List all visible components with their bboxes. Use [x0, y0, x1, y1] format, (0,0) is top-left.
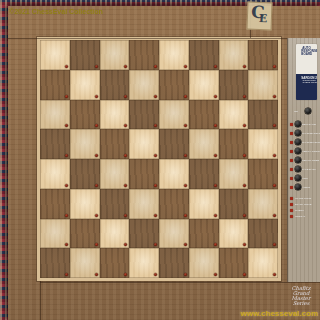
- square-led: [154, 154, 157, 157]
- panel-button[interactable]: [295, 175, 301, 181]
- square-led: [124, 124, 127, 127]
- square-led: [214, 184, 217, 187]
- square-g6[interactable]: [219, 100, 249, 130]
- square-e5[interactable]: [159, 129, 189, 159]
- panel-row: AUDIO: [290, 184, 320, 190]
- square-led: [214, 65, 217, 68]
- panel-led: [290, 123, 293, 126]
- square-led: [184, 65, 187, 68]
- square-h6[interactable]: [248, 100, 278, 130]
- square-d8[interactable]: [129, 40, 159, 70]
- square-g2[interactable]: [219, 219, 249, 249]
- square-c7[interactable]: [100, 70, 130, 100]
- brand-line-4: Series: [288, 301, 314, 306]
- panel-led: [290, 141, 293, 144]
- square-e7[interactable]: [159, 70, 189, 100]
- square-led: [273, 214, 276, 217]
- indicator-led: [290, 209, 293, 212]
- square-h4[interactable]: [248, 159, 278, 189]
- square-d5[interactable]: [129, 129, 159, 159]
- square-led: [214, 243, 217, 246]
- square-f4[interactable]: [189, 159, 219, 189]
- panel-button-label: NEW GAME: [302, 123, 316, 126]
- square-b6[interactable]: [70, 100, 100, 130]
- square-led: [273, 154, 276, 157]
- square-led: [214, 214, 217, 217]
- square-led: [154, 65, 157, 68]
- square-g1[interactable]: [219, 248, 249, 278]
- square-c3[interactable]: [100, 189, 130, 219]
- square-f5[interactable]: [189, 129, 219, 159]
- square-c8[interactable]: [100, 40, 130, 70]
- square-led: [124, 154, 127, 157]
- square-led: [65, 124, 68, 127]
- panel-row: NEW GAME: [290, 121, 320, 127]
- square-a6[interactable]: [40, 100, 70, 130]
- square-led: [184, 95, 187, 98]
- square-led: [214, 95, 217, 98]
- square-h3[interactable]: [248, 189, 278, 219]
- square-a8[interactable]: [40, 40, 70, 70]
- square-led: [154, 273, 157, 276]
- led-rows: WHITE MOVEBLACK MOVECHECKILLEGAL: [290, 196, 320, 218]
- sticker-module: SARGON 2.5 COMPUTER CHESS PROGRAM: [296, 74, 317, 100]
- square-led: [184, 124, 187, 127]
- square-a3[interactable]: [40, 189, 70, 219]
- square-led: [243, 95, 246, 98]
- square-led: [243, 154, 246, 157]
- square-b8[interactable]: [70, 40, 100, 70]
- square-led: [243, 243, 246, 246]
- square-d4[interactable]: [129, 159, 159, 189]
- square-f3[interactable]: [189, 189, 219, 219]
- square-f1[interactable]: [189, 248, 219, 278]
- panel-led: [290, 168, 293, 171]
- square-c1[interactable]: [100, 248, 130, 278]
- square-led: [65, 65, 68, 68]
- copyright-watermark: ©2021 ChessEval Collection: [9, 8, 103, 15]
- square-c2[interactable]: [100, 219, 130, 249]
- square-led: [273, 184, 276, 187]
- panel-button-label: TAKE BACK: [302, 168, 316, 171]
- panel-row: VERIFY POSITION: [290, 148, 320, 154]
- square-led: [184, 154, 187, 157]
- panel-button[interactable]: [295, 139, 301, 145]
- indicator-led: [290, 203, 293, 206]
- square-a2[interactable]: [40, 219, 70, 249]
- square-led: [184, 243, 187, 246]
- button-rows: NEW GAMECHANGE COLORCHANGE LEVELVERIFY P…: [290, 121, 320, 190]
- panel-row: HINT: [290, 175, 320, 181]
- square-led: [65, 95, 68, 98]
- square-led: [214, 273, 217, 276]
- panel-row: TAKE BACK: [290, 166, 320, 172]
- square-b5[interactable]: [70, 129, 100, 159]
- square-a4[interactable]: [40, 159, 70, 189]
- panel-button-label: CHANGE LEVEL: [302, 141, 320, 144]
- frame-seam-bottom: [40, 282, 320, 283]
- power-button[interactable]: [305, 108, 311, 114]
- square-led: [273, 65, 276, 68]
- brand-label: Chafitz Grand Master Series: [284, 286, 318, 306]
- square-b4[interactable]: [70, 159, 100, 189]
- square-b1[interactable]: [70, 248, 100, 278]
- square-led: [243, 65, 246, 68]
- square-g5[interactable]: [219, 129, 249, 159]
- photo-scene: AUTO RESPONSE BOARD SARGON 2.5 COMPUTER …: [0, 0, 320, 320]
- square-led: [154, 214, 157, 217]
- square-h1[interactable]: [248, 248, 278, 278]
- square-led: [95, 124, 98, 127]
- square-led: [214, 154, 217, 157]
- panel-led: [290, 159, 293, 162]
- square-f2[interactable]: [189, 219, 219, 249]
- panel-led: [290, 132, 293, 135]
- square-led: [95, 273, 98, 276]
- frame-seam-top: [8, 38, 320, 39]
- square-led: [124, 95, 127, 98]
- square-h7[interactable]: [248, 70, 278, 100]
- square-led: [124, 243, 127, 246]
- indicator-led: [290, 197, 293, 200]
- square-led: [154, 184, 157, 187]
- square-h2[interactable]: [248, 219, 278, 249]
- square-f6[interactable]: [189, 100, 219, 130]
- square-g8[interactable]: [219, 40, 249, 70]
- square-led: [124, 65, 127, 68]
- square-d1[interactable]: [129, 248, 159, 278]
- square-e1[interactable]: [159, 248, 189, 278]
- panel-button-label: AUDIO: [302, 186, 310, 189]
- square-led: [65, 184, 68, 187]
- square-d2[interactable]: [129, 219, 159, 249]
- square-led: [273, 243, 276, 246]
- square-b3[interactable]: [70, 189, 100, 219]
- indicator-row: WHITE MOVE: [290, 196, 320, 200]
- panel-row: CHANGE COLOR: [290, 130, 320, 136]
- square-c5[interactable]: [100, 129, 130, 159]
- frame-seam-bottomleft: [40, 281, 41, 320]
- square-led: [273, 124, 276, 127]
- panel-led: [290, 177, 293, 180]
- panel-button-label: SET UP MODE: [302, 159, 319, 162]
- square-a7[interactable]: [40, 70, 70, 100]
- square-d7[interactable]: [129, 70, 159, 100]
- square-led: [124, 273, 127, 276]
- playing-area: [40, 40, 278, 278]
- square-e2[interactable]: [159, 219, 189, 249]
- panel-button[interactable]: [295, 184, 301, 190]
- panel-button[interactable]: [295, 130, 301, 136]
- square-led: [95, 243, 98, 246]
- square-led: [95, 154, 98, 157]
- square-e3[interactable]: [159, 189, 189, 219]
- square-d6[interactable]: [129, 100, 159, 130]
- panel-button[interactable]: [295, 166, 301, 172]
- panel-led: [290, 186, 293, 189]
- panel-led: [290, 150, 293, 153]
- square-b7[interactable]: [70, 70, 100, 100]
- square-c4[interactable]: [100, 159, 130, 189]
- square-led: [273, 273, 276, 276]
- control-panel: AUTO RESPONSE BOARD SARGON 2.5 COMPUTER …: [287, 38, 320, 282]
- panel-row: CHANGE LEVEL: [290, 139, 320, 145]
- square-a1[interactable]: [40, 248, 70, 278]
- square-g4[interactable]: [219, 159, 249, 189]
- indicator-row: CHECK: [290, 208, 320, 212]
- square-led: [184, 184, 187, 187]
- square-led: [184, 214, 187, 217]
- indicator-led: [290, 215, 293, 218]
- square-g7[interactable]: [219, 70, 249, 100]
- indicator-label: WHITE MOVE: [295, 197, 311, 200]
- panel-button-label: HINT: [302, 177, 308, 180]
- panel-button[interactable]: [295, 148, 301, 154]
- sticker-title: AUTO RESPONSE BOARD: [296, 44, 317, 74]
- square-led: [65, 154, 68, 157]
- square-led: [154, 95, 157, 98]
- sticker-line3: BOARD: [301, 52, 312, 55]
- square-g3[interactable]: [219, 189, 249, 219]
- panel-button-label: CHANGE COLOR: [302, 132, 320, 135]
- square-b2[interactable]: [70, 219, 100, 249]
- panel-button[interactable]: [295, 157, 301, 163]
- square-led: [243, 214, 246, 217]
- square-led: [243, 124, 246, 127]
- square-led: [154, 124, 157, 127]
- square-e6[interactable]: [159, 100, 189, 130]
- module-sticker: AUTO RESPONSE BOARD SARGON 2.5 COMPUTER …: [296, 44, 317, 100]
- square-a5[interactable]: [40, 129, 70, 159]
- square-led: [243, 273, 246, 276]
- square-led: [95, 184, 98, 187]
- indicator-row: ILLEGAL: [290, 214, 320, 218]
- square-led: [95, 214, 98, 217]
- website-watermark: www.chesseval.com: [240, 309, 318, 318]
- square-led: [124, 184, 127, 187]
- square-led: [184, 273, 187, 276]
- logo-letter-e: E: [259, 13, 268, 25]
- square-led: [214, 124, 217, 127]
- square-f8[interactable]: [189, 40, 219, 70]
- chesseval-logo: C E: [247, 2, 273, 31]
- square-f7[interactable]: [189, 70, 219, 100]
- indicator-label: BLACK MOVE: [295, 203, 311, 206]
- indicator-row: BLACK MOVE: [290, 202, 320, 206]
- panel-row: SET UP MODE: [290, 157, 320, 163]
- indicator-label: ILLEGAL: [295, 215, 305, 218]
- square-led: [273, 95, 276, 98]
- panel-button[interactable]: [295, 121, 301, 127]
- module-sub2: CHESS PROGRAM: [303, 81, 311, 83]
- square-led: [95, 95, 98, 98]
- square-d3[interactable]: [129, 189, 159, 219]
- power-label: ON: [294, 110, 298, 113]
- square-e8[interactable]: [159, 40, 189, 70]
- square-h5[interactable]: [248, 129, 278, 159]
- panel-button-label: VERIFY POSITION: [302, 150, 320, 153]
- square-led: [124, 214, 127, 217]
- power-row: ON: [294, 108, 312, 114]
- square-led: [65, 214, 68, 217]
- square-led: [65, 273, 68, 276]
- square-h8[interactable]: [248, 40, 278, 70]
- square-led: [154, 243, 157, 246]
- square-e4[interactable]: [159, 159, 189, 189]
- square-led: [95, 65, 98, 68]
- square-led: [243, 184, 246, 187]
- square-led: [65, 243, 68, 246]
- indicator-label: CHECK: [295, 209, 304, 212]
- square-c6[interactable]: [100, 100, 130, 130]
